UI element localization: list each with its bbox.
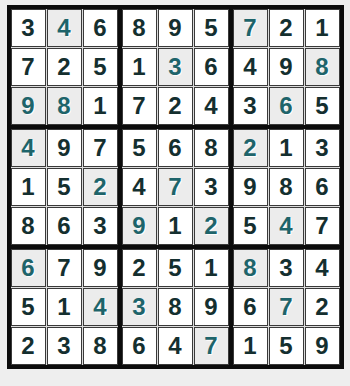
cell-r7c4[interactable]: 2 [122,249,157,287]
cell-r6c3[interactable]: 3 [83,207,118,245]
cell-r6c5[interactable]: 1 [158,207,193,245]
cell-r3c3[interactable]: 1 [83,87,118,125]
cell-r6c7[interactable]: 5 [233,207,268,245]
digit: 4 [132,175,145,199]
digit: 9 [93,256,106,280]
digit: 5 [93,55,106,79]
digit: 7 [21,55,34,79]
box-5: 568473912 [120,127,231,247]
cell-r8c1[interactable]: 5 [11,288,46,326]
digit: 4 [57,16,70,40]
cell-r7c1[interactable]: 6 [11,249,46,287]
cell-r8c9[interactable]: 2 [305,288,340,326]
digit: 1 [93,94,106,118]
digit: 8 [57,94,70,118]
digit: 2 [243,136,256,160]
cell-r1c9[interactable]: 1 [305,9,340,47]
box-9: 834672159 [231,247,342,367]
cell-r5c6[interactable]: 3 [194,168,229,206]
cell-r4c2[interactable]: 9 [47,129,82,167]
digit: 3 [93,214,106,238]
cell-r9c6[interactable]: 7 [194,327,229,365]
cell-r4c7[interactable]: 2 [233,129,268,167]
cell-r5c2[interactable]: 5 [47,168,82,206]
cell-r5c1[interactable]: 1 [11,168,46,206]
digit: 4 [279,214,292,238]
cell-r3c6[interactable]: 4 [194,87,229,125]
cell-r6c9[interactable]: 7 [305,207,340,245]
cell-r6c4[interactable]: 9 [122,207,157,245]
digit: 6 [279,94,292,118]
box-8: 251389647 [120,247,231,367]
digit: 8 [21,214,34,238]
cell-r2c5[interactable]: 3 [158,48,193,86]
digit: 2 [168,94,181,118]
cell-r9c7[interactable]: 1 [233,327,268,365]
page: 3467259818951367247214983654971528635684… [0,0,350,369]
digit: 9 [204,295,217,319]
cell-r2c6[interactable]: 6 [194,48,229,86]
digit: 7 [132,94,145,118]
cell-r1c7[interactable]: 7 [233,9,268,47]
digit: 6 [315,175,328,199]
cell-r1c2[interactable]: 4 [47,9,82,47]
digit: 1 [204,256,217,280]
cell-r9c4[interactable]: 6 [122,327,157,365]
cell-r9c2[interactable]: 3 [47,327,82,365]
cell-r8c8[interactable]: 7 [269,288,304,326]
cell-r4c6[interactable]: 8 [194,129,229,167]
digit: 9 [132,214,145,238]
digit: 1 [315,16,328,40]
digit: 5 [168,256,181,280]
cell-r1c1[interactable]: 3 [11,9,46,47]
cell-r9c3[interactable]: 8 [83,327,118,365]
cell-r5c5[interactable]: 7 [158,168,193,206]
digit: 4 [93,295,106,319]
cell-r9c5[interactable]: 4 [158,327,193,365]
cell-r7c8[interactable]: 3 [269,249,304,287]
cell-r8c6[interactable]: 9 [194,288,229,326]
digit: 4 [243,55,256,79]
cell-r1c4[interactable]: 8 [122,9,157,47]
digit: 2 [315,295,328,319]
digit: 6 [93,16,106,40]
cell-r4c9[interactable]: 3 [305,129,340,167]
cell-r4c1[interactable]: 4 [11,129,46,167]
cell-r5c7[interactable]: 9 [233,168,268,206]
cell-r3c2[interactable]: 8 [47,87,82,125]
sudoku-board: 3467259818951367247214983654971528635684… [7,5,344,369]
cell-r1c5[interactable]: 9 [158,9,193,47]
digit: 6 [168,136,181,160]
digit: 4 [21,136,34,160]
digit: 8 [132,16,145,40]
digit: 5 [315,94,328,118]
digit: 9 [315,334,328,358]
digit: 2 [57,55,70,79]
cell-r5c8[interactable]: 8 [269,168,304,206]
digit: 3 [21,16,34,40]
cell-r1c8[interactable]: 2 [269,9,304,47]
cell-r6c1[interactable]: 8 [11,207,46,245]
cell-r3c1[interactable]: 9 [11,87,46,125]
digit: 6 [243,295,256,319]
cell-r1c3[interactable]: 6 [83,9,118,47]
cell-r7c3[interactable]: 9 [83,249,118,287]
digit: 6 [132,334,145,358]
cell-r2c4[interactable]: 1 [122,48,157,86]
cell-r3c7[interactable]: 3 [233,87,268,125]
digit: 7 [57,256,70,280]
cell-r8c3[interactable]: 4 [83,288,118,326]
digit: 9 [168,16,181,40]
digit: 8 [168,295,181,319]
digit: 6 [57,214,70,238]
cell-r2c9[interactable]: 8 [305,48,340,86]
cell-r5c3[interactable]: 2 [83,168,118,206]
digit: 1 [21,175,34,199]
digit: 1 [279,136,292,160]
box-2: 895136724 [120,7,231,127]
digit: 2 [21,334,34,358]
cell-r6c8[interactable]: 4 [269,207,304,245]
digit: 9 [57,136,70,160]
digit: 7 [243,16,256,40]
cell-r7c9[interactable]: 4 [305,249,340,287]
digit: 2 [204,214,217,238]
digit: 9 [279,55,292,79]
cell-r8c7[interactable]: 6 [233,288,268,326]
digit: 5 [57,175,70,199]
cell-r3c5[interactable]: 2 [158,87,193,125]
digit: 1 [57,295,70,319]
cell-r2c7[interactable]: 4 [233,48,268,86]
cell-r1c6[interactable]: 5 [194,9,229,47]
digit: 2 [279,16,292,40]
cell-r8c4[interactable]: 3 [122,288,157,326]
digit: 2 [93,175,106,199]
digit: 3 [57,334,70,358]
cell-r4c8[interactable]: 1 [269,129,304,167]
digit: 3 [204,175,217,199]
digit: 7 [279,295,292,319]
box-3: 721498365 [231,7,342,127]
cell-r2c3[interactable]: 5 [83,48,118,86]
box-6: 213986547 [231,127,342,247]
digit: 4 [315,256,328,280]
cell-r7c6[interactable]: 1 [194,249,229,287]
box-1: 346725981 [9,7,120,127]
digit: 2 [132,256,145,280]
cell-r7c2[interactable]: 7 [47,249,82,287]
digit: 3 [168,55,181,79]
cell-r3c8[interactable]: 6 [269,87,304,125]
cell-r7c5[interactable]: 5 [158,249,193,287]
digit: 7 [315,214,328,238]
cell-r9c1[interactable]: 2 [11,327,46,365]
digit: 3 [132,295,145,319]
cell-r2c8[interactable]: 9 [269,48,304,86]
cell-r8c2[interactable]: 1 [47,288,82,326]
cell-r8c5[interactable]: 8 [158,288,193,326]
cell-r3c9[interactable]: 5 [305,87,340,125]
digit: 3 [315,136,328,160]
digit: 5 [243,214,256,238]
box-7: 679514238 [9,247,120,367]
cell-r3c4[interactable]: 7 [122,87,157,125]
digit: 5 [132,136,145,160]
digit: 7 [93,136,106,160]
digit: 1 [168,214,181,238]
digit: 3 [243,94,256,118]
digit: 4 [204,94,217,118]
cell-r9c8[interactable]: 5 [269,327,304,365]
cell-r6c6[interactable]: 2 [194,207,229,245]
digit: 5 [21,295,34,319]
cell-r4c4[interactable]: 5 [122,129,157,167]
digit: 3 [279,256,292,280]
digit: 6 [204,55,217,79]
digit: 1 [243,334,256,358]
box-4: 497152863 [9,127,120,247]
digit: 5 [204,16,217,40]
cell-r4c3[interactable]: 7 [83,129,118,167]
digit: 4 [168,334,181,358]
cell-r9c9[interactable]: 9 [305,327,340,365]
digit: 7 [204,334,217,358]
digit: 8 [315,55,328,79]
digit: 5 [279,334,292,358]
cell-r5c9[interactable]: 6 [305,168,340,206]
cell-r5c4[interactable]: 4 [122,168,157,206]
cell-r7c7[interactable]: 8 [233,249,268,287]
digit: 6 [21,256,34,280]
digit: 9 [243,175,256,199]
digit: 1 [132,55,145,79]
digit: 8 [93,334,106,358]
digit: 7 [168,175,181,199]
digit: 8 [279,175,292,199]
digit: 9 [21,94,34,118]
cell-r6c2[interactable]: 6 [47,207,82,245]
cell-r2c1[interactable]: 7 [11,48,46,86]
cell-r4c5[interactable]: 6 [158,129,193,167]
cell-r2c2[interactable]: 2 [47,48,82,86]
digit: 8 [243,256,256,280]
digit: 8 [204,136,217,160]
